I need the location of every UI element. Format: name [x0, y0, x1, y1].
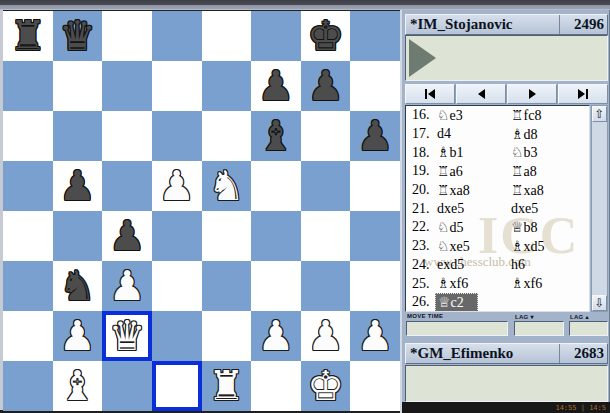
go-to-end-icon [578, 89, 585, 99]
top-player-clock [405, 35, 608, 81]
square-f2[interactable]: ♟ [251, 311, 301, 361]
move-row-17: 17.d4♗d8 [406, 125, 589, 144]
square-d4[interactable] [152, 211, 202, 261]
white-queen: ♛ [109, 311, 146, 361]
move-number: 22. [406, 219, 437, 235]
square-e1[interactable]: ♜ [202, 361, 252, 411]
square-b8[interactable]: ♛ [53, 11, 103, 61]
square-d8[interactable] [152, 11, 202, 61]
move-row-26: 26.♕c2 [406, 293, 589, 312]
move-list: ICC www.chessclub.com 16.♘e3♖fc817.d4♗d8… [405, 105, 590, 312]
move-row-25: 25.♗xf6♗xf6 [406, 274, 589, 293]
black-move[interactable]: ♗d8 [511, 126, 589, 143]
square-c3[interactable]: ♟ [102, 261, 152, 311]
black-move[interactable]: dxe5 [511, 201, 589, 217]
square-f3[interactable] [251, 261, 301, 311]
square-c5[interactable] [102, 161, 152, 211]
move-row-22: 22.♘d5♕b8 [406, 218, 589, 237]
square-d1[interactable] [152, 361, 202, 411]
square-a5[interactable] [3, 161, 53, 211]
square-c8[interactable] [102, 11, 152, 61]
go-to-start-button[interactable] [405, 84, 455, 104]
bottom-player-header: *GM_Efimenko 2683 [405, 343, 608, 364]
black-move[interactable]: ♗xf6 [511, 275, 589, 292]
square-f4[interactable] [251, 211, 301, 261]
black-bishop: ♝ [258, 111, 295, 161]
square-b4[interactable] [53, 211, 103, 261]
lag-down-field [514, 321, 564, 336]
white-pawn: ♟ [158, 161, 195, 211]
top-player-rating: 2496 [559, 15, 607, 34]
move-row-21: 21.dxe5dxe5 [406, 199, 589, 218]
black-pawn: ♟ [59, 161, 96, 211]
black-move[interactable]: ♕b8 [511, 219, 589, 236]
square-h8[interactable] [350, 11, 400, 61]
white-knight: ♞ [208, 161, 245, 211]
step-back-icon [478, 89, 485, 99]
move-number: 23. [406, 238, 437, 254]
bottom-player-name: *GM_Efimenko [406, 345, 559, 362]
white-king: ♚ [307, 361, 344, 411]
move-row-18: 18.♗b1♘b3 [406, 143, 589, 162]
lag-down-label: LAG ▾ [515, 313, 534, 320]
move-number: 18. [406, 145, 437, 161]
white-move[interactable]: exd5 [437, 257, 511, 273]
go-to-start-icon [425, 89, 427, 99]
black-move[interactable]: ♗xd5 [511, 238, 589, 255]
square-e5[interactable]: ♞ [202, 161, 252, 211]
square-g6[interactable] [301, 111, 351, 161]
square-a3[interactable] [3, 261, 53, 311]
square-b6[interactable] [53, 111, 103, 161]
square-a4[interactable] [3, 211, 53, 261]
square-h2[interactable]: ♟ [350, 311, 400, 361]
black-queen: ♛ [59, 11, 96, 61]
white-move[interactable]: ♘xe5 [437, 238, 511, 255]
square-f1[interactable] [251, 361, 301, 411]
square-g7[interactable]: ♟ [301, 61, 351, 111]
square-h7[interactable] [350, 61, 400, 111]
square-a1[interactable] [3, 361, 53, 411]
square-b2[interactable]: ♟ [53, 311, 103, 361]
white-move[interactable]: ♖xa8 [437, 182, 511, 199]
turn-indicator-icon [409, 39, 436, 77]
black-move[interactable]: ♖fc8 [511, 107, 589, 124]
square-b5[interactable]: ♟ [53, 161, 103, 211]
move-number: 26. [406, 294, 437, 310]
move-number: 17. [406, 126, 437, 142]
black-knight: ♞ [59, 261, 96, 311]
move-time-label: MOVE TIME [407, 313, 443, 319]
square-d2[interactable] [152, 311, 202, 361]
square-h5[interactable] [350, 161, 400, 211]
chess-board: ♜♛♚♟♟♝♟♟♟♞♟♞♟♟♛♟♟♟♝♜♚ [3, 11, 400, 411]
black-pawn: ♟ [357, 111, 394, 161]
scroll-down-button[interactable]: ⇩ [592, 295, 607, 311]
move-time-field [406, 321, 508, 336]
top-player-name: *IM_Stojanovic [406, 16, 559, 33]
square-c7[interactable] [102, 61, 152, 111]
square-a7[interactable] [3, 61, 53, 111]
square-e8[interactable] [202, 11, 252, 61]
square-h4[interactable] [350, 211, 400, 261]
move-row-19: 19.♖a6♖a8 [406, 162, 589, 181]
black-move[interactable]: ♖a8 [511, 163, 589, 180]
square-a8[interactable]: ♜ [3, 11, 53, 61]
square-d5[interactable]: ♟ [152, 161, 202, 211]
status-bar: 14:55 | 14:5 [402, 402, 610, 413]
move-row-16: 16.♘e3♖fc8 [406, 106, 589, 125]
square-f5[interactable] [251, 161, 301, 211]
top-player-header: *IM_Stojanovic 2496 [405, 14, 608, 35]
square-d7[interactable] [152, 61, 202, 111]
square-b3[interactable]: ♞ [53, 261, 103, 311]
go-to-end-button[interactable] [558, 84, 608, 104]
square-g1[interactable]: ♚ [301, 361, 351, 411]
white-rook: ♜ [208, 361, 245, 411]
square-g2[interactable]: ♟ [301, 311, 351, 361]
bottom-player-rating: 2683 [559, 344, 607, 363]
black-pawn: ♟ [109, 211, 146, 261]
square-f7[interactable]: ♟ [251, 61, 301, 111]
move-navigation [405, 84, 608, 104]
white-pawn: ♟ [258, 311, 295, 361]
white-move[interactable]: dxe5 [437, 201, 511, 217]
status-bar-text: 14:55 | 14:5 [555, 404, 610, 412]
game-info-panel: *IM_Stojanovic 2496 ICC www.chess [400, 10, 610, 413]
white-move-selected[interactable]: ♕c2 [435, 293, 478, 312]
white-move[interactable]: ♗b1 [437, 144, 511, 161]
black-rook: ♜ [9, 11, 46, 61]
white-pawn: ♟ [109, 261, 146, 311]
bottom-player-clock [405, 365, 608, 402]
step-back-button[interactable] [456, 84, 506, 104]
square-g3[interactable] [301, 261, 351, 311]
square-c2[interactable]: ♛ [102, 311, 152, 361]
move-number: 21. [406, 201, 437, 217]
black-move[interactable]: h6 [511, 257, 589, 273]
step-forward-icon [529, 89, 536, 99]
square-c6[interactable] [102, 111, 152, 161]
square-a6[interactable] [3, 111, 53, 161]
move-number: 16. [406, 107, 437, 123]
white-move[interactable]: ♖a6 [437, 163, 511, 180]
square-d6[interactable] [152, 111, 202, 161]
square-c1[interactable] [102, 361, 152, 411]
square-g5[interactable] [301, 161, 351, 211]
square-g4[interactable] [301, 211, 351, 261]
black-move[interactable]: ♘b3 [511, 144, 589, 161]
square-e3[interactable] [202, 261, 252, 311]
white-bishop: ♝ [59, 361, 96, 411]
square-f8[interactable] [251, 11, 301, 61]
square-e4[interactable] [202, 211, 252, 261]
square-g8[interactable]: ♚ [301, 11, 351, 61]
move-list-scrollbar[interactable]: ⇧ ⇩ [591, 105, 608, 312]
square-b7[interactable] [53, 61, 103, 111]
white-pawn: ♟ [357, 311, 394, 361]
step-forward-button[interactable] [507, 84, 557, 104]
white-move[interactable]: ♘e3 [437, 107, 511, 124]
lag-up-field [569, 321, 608, 336]
white-pawn: ♟ [59, 311, 96, 361]
square-c4[interactable]: ♟ [102, 211, 152, 261]
lag-up-label: LAG ▴ [570, 313, 589, 320]
move-row-24: 24.exd5h6 [406, 256, 589, 275]
white-move[interactable]: ♗xf6 [437, 275, 511, 292]
white-pawn: ♟ [307, 311, 344, 361]
white-move[interactable]: ♘d5 [437, 219, 511, 236]
move-row-20: 20.♖xa8♖xa8 [406, 181, 589, 200]
square-e6[interactable] [202, 111, 252, 161]
square-b1[interactable]: ♝ [53, 361, 103, 411]
black-move[interactable]: ♖xa8 [511, 182, 589, 199]
move-number: 25. [406, 276, 437, 292]
black-king: ♚ [307, 11, 344, 61]
square-a2[interactable] [3, 311, 53, 361]
square-d3[interactable] [152, 261, 202, 311]
square-f6[interactable]: ♝ [251, 111, 301, 161]
move-number: 20. [406, 182, 437, 198]
square-e2[interactable] [202, 311, 252, 361]
square-h1[interactable] [350, 361, 400, 411]
scroll-up-button[interactable]: ⇧ [592, 106, 607, 122]
black-pawn: ♟ [258, 61, 295, 111]
move-number: 24. [406, 257, 437, 273]
square-h3[interactable] [350, 261, 400, 311]
square-h6[interactable]: ♟ [350, 111, 400, 161]
window-titlebar [0, 0, 610, 10]
square-e7[interactable] [202, 61, 252, 111]
move-row-23: 23.♘xe5♗xd5 [406, 237, 589, 256]
black-pawn: ♟ [307, 61, 344, 111]
move-number: 19. [406, 163, 437, 179]
white-move[interactable]: d4 [437, 126, 511, 142]
chess-app-window: ♜♛♚♟♟♝♟♟♟♞♟♞♟♟♛♟♟♟♝♜♚ *IM_Stojanovic 249… [0, 0, 610, 413]
